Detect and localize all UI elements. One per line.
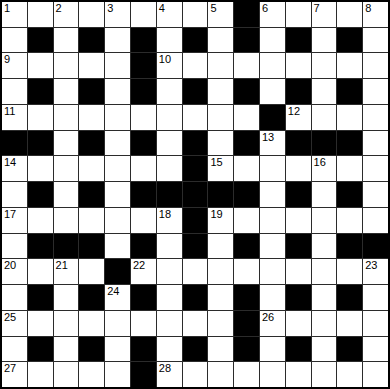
answer-cell[interactable] [286, 208, 311, 233]
clue-number: 5 [210, 2, 216, 15]
answer-cell[interactable] [260, 79, 285, 104]
answer-cell[interactable] [286, 259, 311, 284]
answer-cell[interactable] [286, 53, 311, 78]
answer-cell[interactable] [2, 182, 27, 207]
answer-cell[interactable] [286, 311, 311, 336]
answer-cell[interactable] [105, 156, 130, 181]
answer-cell[interactable] [105, 182, 130, 207]
answer-cell[interactable]: 22 [131, 259, 156, 284]
answer-cell[interactable]: 19 [208, 208, 233, 233]
blocked-cell [234, 131, 259, 156]
answer-cell[interactable]: 20 [2, 259, 27, 284]
blocked-cell [183, 131, 208, 156]
answer-cell[interactable] [105, 105, 130, 130]
answer-cell[interactable] [363, 131, 388, 156]
answer-cell[interactable] [208, 362, 233, 387]
crossword-grid: 1234567891011121314151617181920212223242… [0, 0, 390, 389]
answer-cell[interactable] [312, 259, 337, 284]
answer-cell[interactable] [79, 362, 104, 387]
answer-cell[interactable] [28, 53, 53, 78]
answer-cell[interactable] [157, 105, 182, 130]
clue-number: 27 [4, 362, 16, 375]
clue-number: 26 [262, 311, 274, 324]
answer-cell[interactable]: 4 [157, 2, 182, 27]
answer-cell[interactable] [54, 285, 79, 310]
answer-cell[interactable] [54, 131, 79, 156]
clue-number: 17 [4, 208, 16, 221]
answer-cell[interactable]: 15 [208, 156, 233, 181]
answer-cell[interactable] [286, 156, 311, 181]
blocked-cell [286, 337, 311, 362]
blocked-cell [337, 131, 362, 156]
answer-cell[interactable] [157, 311, 182, 336]
blocked-cell [234, 337, 259, 362]
answer-cell[interactable] [183, 105, 208, 130]
answer-cell[interactable] [157, 79, 182, 104]
answer-cell[interactable] [234, 105, 259, 130]
blocked-cell [183, 208, 208, 233]
answer-cell[interactable] [183, 259, 208, 284]
answer-cell[interactable] [79, 208, 104, 233]
blocked-cell [131, 337, 156, 362]
answer-cell[interactable] [260, 28, 285, 53]
answer-cell[interactable] [260, 208, 285, 233]
answer-cell[interactable] [28, 311, 53, 336]
blocked-cell [183, 337, 208, 362]
answer-cell[interactable]: 2 [54, 2, 79, 27]
answer-cell[interactable] [28, 259, 53, 284]
answer-cell[interactable] [363, 156, 388, 181]
answer-cell[interactable] [363, 208, 388, 233]
blocked-cell [286, 234, 311, 259]
answer-cell[interactable] [28, 2, 53, 27]
blocked-cell [234, 234, 259, 259]
clue-number: 22 [133, 259, 145, 272]
blocked-cell [337, 234, 362, 259]
answer-cell[interactable] [54, 53, 79, 78]
blocked-cell [131, 362, 156, 387]
answer-cell[interactable] [183, 53, 208, 78]
blocked-cell [79, 285, 104, 310]
answer-cell[interactable] [105, 53, 130, 78]
answer-cell[interactable] [79, 311, 104, 336]
clue-number: 1 [4, 2, 10, 15]
answer-cell[interactable]: 3 [105, 2, 130, 27]
answer-cell[interactable] [363, 182, 388, 207]
answer-cell[interactable] [363, 311, 388, 336]
blocked-cell [79, 182, 104, 207]
answer-cell[interactable] [337, 362, 362, 387]
answer-cell[interactable] [157, 234, 182, 259]
blocked-cell [286, 79, 311, 104]
answer-cell[interactable]: 12 [286, 105, 311, 130]
blocked-cell [105, 259, 130, 284]
answer-cell[interactable] [363, 53, 388, 78]
answer-cell[interactable]: 9 [2, 53, 27, 78]
answer-cell[interactable] [105, 234, 130, 259]
blocked-cell [157, 182, 182, 207]
answer-cell[interactable] [260, 285, 285, 310]
answer-cell[interactable] [260, 362, 285, 387]
blocked-cell [337, 28, 362, 53]
answer-cell[interactable]: 25 [2, 311, 27, 336]
answer-cell[interactable] [312, 208, 337, 233]
answer-cell[interactable] [105, 311, 130, 336]
blocked-cell [312, 131, 337, 156]
blocked-cell [131, 79, 156, 104]
answer-cell[interactable]: 27 [2, 362, 27, 387]
answer-cell[interactable] [157, 28, 182, 53]
answer-cell[interactable] [105, 208, 130, 233]
answer-cell[interactable]: 14 [2, 156, 27, 181]
answer-cell[interactable] [79, 259, 104, 284]
clue-number: 18 [159, 208, 171, 221]
answer-cell[interactable] [312, 311, 337, 336]
clue-number: 7 [314, 2, 320, 15]
answer-cell[interactable] [54, 105, 79, 130]
answer-cell[interactable] [363, 337, 388, 362]
answer-cell[interactable]: 23 [363, 259, 388, 284]
answer-cell[interactable] [260, 337, 285, 362]
blocked-cell [183, 156, 208, 181]
blocked-cell [183, 234, 208, 259]
blocked-cell [337, 182, 362, 207]
blocked-cell [79, 234, 104, 259]
answer-cell[interactable] [312, 362, 337, 387]
answer-cell[interactable]: 28 [157, 362, 182, 387]
answer-cell[interactable] [286, 2, 311, 27]
clue-number: 20 [4, 259, 16, 272]
answer-cell[interactable] [157, 337, 182, 362]
answer-cell[interactable] [260, 182, 285, 207]
blocked-cell [28, 234, 53, 259]
answer-cell[interactable] [337, 208, 362, 233]
answer-cell[interactable] [54, 311, 79, 336]
answer-cell[interactable] [131, 311, 156, 336]
answer-cell[interactable] [312, 105, 337, 130]
answer-cell[interactable] [131, 2, 156, 27]
blocked-cell [79, 28, 104, 53]
answer-cell[interactable] [337, 156, 362, 181]
answer-cell[interactable] [54, 182, 79, 207]
answer-cell[interactable] [2, 337, 27, 362]
blocked-cell [79, 79, 104, 104]
blocked-cell [79, 131, 104, 156]
clue-number: 12 [288, 105, 300, 118]
answer-cell[interactable]: 5 [208, 2, 233, 27]
answer-cell[interactable]: 13 [260, 131, 285, 156]
answer-cell[interactable] [105, 362, 130, 387]
answer-cell[interactable]: 7 [312, 2, 337, 27]
answer-cell[interactable]: 17 [2, 208, 27, 233]
answer-cell[interactable] [234, 53, 259, 78]
answer-cell[interactable] [260, 259, 285, 284]
answer-cell[interactable] [312, 234, 337, 259]
blocked-cell [286, 285, 311, 310]
blocked-cell [234, 311, 259, 336]
answer-cell[interactable] [28, 105, 53, 130]
answer-cell[interactable] [260, 156, 285, 181]
clue-number: 25 [4, 311, 16, 324]
answer-cell[interactable] [105, 28, 130, 53]
answer-cell[interactable] [260, 234, 285, 259]
answer-cell[interactable] [131, 208, 156, 233]
answer-cell[interactable]: 1 [2, 2, 27, 27]
answer-cell[interactable]: 10 [157, 53, 182, 78]
clue-number: 9 [4, 53, 10, 66]
answer-cell[interactable] [54, 79, 79, 104]
blocked-cell [28, 131, 53, 156]
answer-cell[interactable] [183, 2, 208, 27]
answer-cell[interactable] [208, 311, 233, 336]
blocked-cell [260, 105, 285, 130]
answer-cell[interactable] [54, 28, 79, 53]
blocked-cell [234, 28, 259, 53]
clue-number: 4 [159, 2, 165, 15]
answer-cell[interactable] [337, 311, 362, 336]
blocked-cell [131, 285, 156, 310]
blocked-cell [337, 285, 362, 310]
clue-number: 28 [159, 362, 171, 375]
answer-cell[interactable] [2, 79, 27, 104]
answer-cell[interactable] [312, 337, 337, 362]
clue-number: 3 [107, 2, 113, 15]
blocked-cell [28, 285, 53, 310]
answer-cell[interactable] [105, 131, 130, 156]
answer-cell[interactable] [312, 79, 337, 104]
answer-cell[interactable] [208, 28, 233, 53]
blocked-cell [234, 79, 259, 104]
answer-cell[interactable]: 18 [157, 208, 182, 233]
blocked-cell [131, 131, 156, 156]
answer-cell[interactable] [157, 131, 182, 156]
answer-cell[interactable] [131, 156, 156, 181]
clue-number: 2 [56, 2, 62, 15]
clue-number: 16 [314, 156, 326, 169]
blocked-cell [234, 2, 259, 27]
blocked-cell [54, 234, 79, 259]
blocked-cell [234, 182, 259, 207]
clue-number: 15 [210, 156, 222, 169]
answer-cell[interactable] [312, 285, 337, 310]
answer-cell[interactable] [2, 28, 27, 53]
answer-cell[interactable] [28, 208, 53, 233]
blocked-cell [131, 182, 156, 207]
blocked-cell [183, 182, 208, 207]
answer-cell[interactable] [208, 79, 233, 104]
answer-cell[interactable]: 26 [260, 311, 285, 336]
clue-number: 24 [107, 285, 119, 298]
blocked-cell [131, 234, 156, 259]
blocked-cell [28, 182, 53, 207]
answer-cell[interactable] [234, 259, 259, 284]
answer-cell[interactable] [183, 311, 208, 336]
answer-cell[interactable] [157, 259, 182, 284]
answer-cell[interactable] [363, 79, 388, 104]
answer-cell[interactable] [337, 259, 362, 284]
answer-cell[interactable] [363, 105, 388, 130]
answer-cell[interactable] [208, 259, 233, 284]
answer-cell[interactable] [337, 53, 362, 78]
answer-cell[interactable]: 24 [105, 285, 130, 310]
answer-cell[interactable] [157, 285, 182, 310]
blocked-cell [286, 182, 311, 207]
answer-cell[interactable]: 21 [54, 259, 79, 284]
clue-number: 23 [365, 259, 377, 272]
answer-cell[interactable] [79, 53, 104, 78]
answer-cell[interactable] [131, 105, 156, 130]
answer-cell[interactable] [363, 285, 388, 310]
blocked-cell [286, 131, 311, 156]
answer-cell[interactable] [2, 285, 27, 310]
answer-cell[interactable] [234, 156, 259, 181]
answer-cell[interactable] [208, 131, 233, 156]
blocked-cell [183, 28, 208, 53]
blocked-cell [2, 131, 27, 156]
answer-cell[interactable] [54, 362, 79, 387]
blocked-cell [337, 337, 362, 362]
blocked-cell [363, 234, 388, 259]
clue-number: 13 [262, 131, 274, 144]
answer-cell[interactable] [105, 337, 130, 362]
answer-cell[interactable] [54, 156, 79, 181]
answer-cell[interactable] [234, 208, 259, 233]
answer-cell[interactable]: 6 [260, 2, 285, 27]
answer-cell[interactable] [208, 234, 233, 259]
blocked-cell [234, 285, 259, 310]
answer-cell[interactable] [363, 362, 388, 387]
answer-cell[interactable] [54, 337, 79, 362]
answer-cell[interactable] [234, 362, 259, 387]
clue-number: 19 [210, 208, 222, 221]
answer-cell[interactable] [208, 105, 233, 130]
blocked-cell [28, 28, 53, 53]
answer-cell[interactable] [183, 362, 208, 387]
blocked-cell [208, 182, 233, 207]
answer-cell[interactable] [363, 28, 388, 53]
answer-cell[interactable] [2, 234, 27, 259]
answer-cell[interactable] [260, 53, 285, 78]
answer-cell[interactable]: 16 [312, 156, 337, 181]
clue-number: 10 [159, 53, 171, 66]
answer-cell[interactable] [312, 182, 337, 207]
blocked-cell [183, 285, 208, 310]
answer-cell[interactable] [312, 28, 337, 53]
clue-number: 8 [365, 2, 371, 15]
answer-cell[interactable] [208, 337, 233, 362]
clue-number: 6 [262, 2, 268, 15]
answer-cell[interactable] [54, 208, 79, 233]
blocked-cell [286, 28, 311, 53]
blocked-cell [183, 79, 208, 104]
answer-cell[interactable] [79, 105, 104, 130]
blocked-cell [79, 337, 104, 362]
answer-cell[interactable] [208, 53, 233, 78]
answer-cell[interactable] [28, 156, 53, 181]
blocked-cell [131, 53, 156, 78]
answer-cell[interactable] [337, 105, 362, 130]
blocked-cell [28, 337, 53, 362]
answer-cell[interactable] [208, 285, 233, 310]
answer-cell[interactable] [28, 362, 53, 387]
answer-cell[interactable] [312, 53, 337, 78]
answer-cell[interactable] [79, 156, 104, 181]
answer-cell[interactable] [79, 2, 104, 27]
answer-cell[interactable]: 11 [2, 105, 27, 130]
clue-number: 21 [56, 259, 68, 272]
answer-cell[interactable]: 8 [363, 2, 388, 27]
answer-cell[interactable] [286, 362, 311, 387]
answer-cell[interactable] [105, 79, 130, 104]
blocked-cell [337, 79, 362, 104]
answer-cell[interactable] [337, 2, 362, 27]
blocked-cell [28, 79, 53, 104]
clue-number: 14 [4, 156, 16, 169]
blocked-cell [131, 28, 156, 53]
answer-cell[interactable] [157, 156, 182, 181]
clue-number: 11 [4, 105, 15, 118]
